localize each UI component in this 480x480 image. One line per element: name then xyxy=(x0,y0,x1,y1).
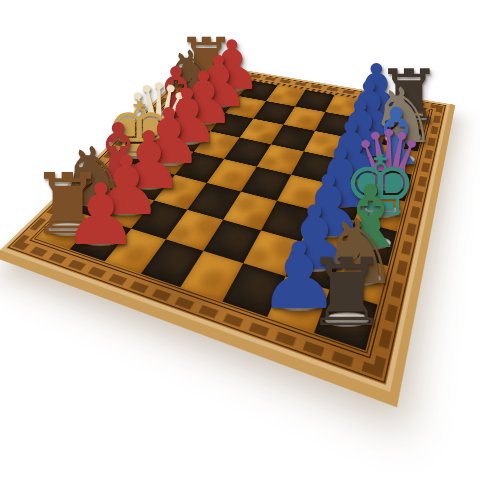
pawn-figurine-icon: ♟ xyxy=(63,173,139,258)
rook-figurine-icon: ♜ xyxy=(305,246,389,340)
photo-backdrop: ♜♞♝♛♚♝♞♜♟♟♟♟♟♟♟♟♟♟♟♟♟♟♟♟♜♞♝♛♚♝♞♜ xyxy=(0,0,480,480)
piece-white-pawn-h2[interactable]: ♟ xyxy=(58,173,143,258)
piece-black-rook-h8[interactable]: ♜ xyxy=(300,246,394,340)
